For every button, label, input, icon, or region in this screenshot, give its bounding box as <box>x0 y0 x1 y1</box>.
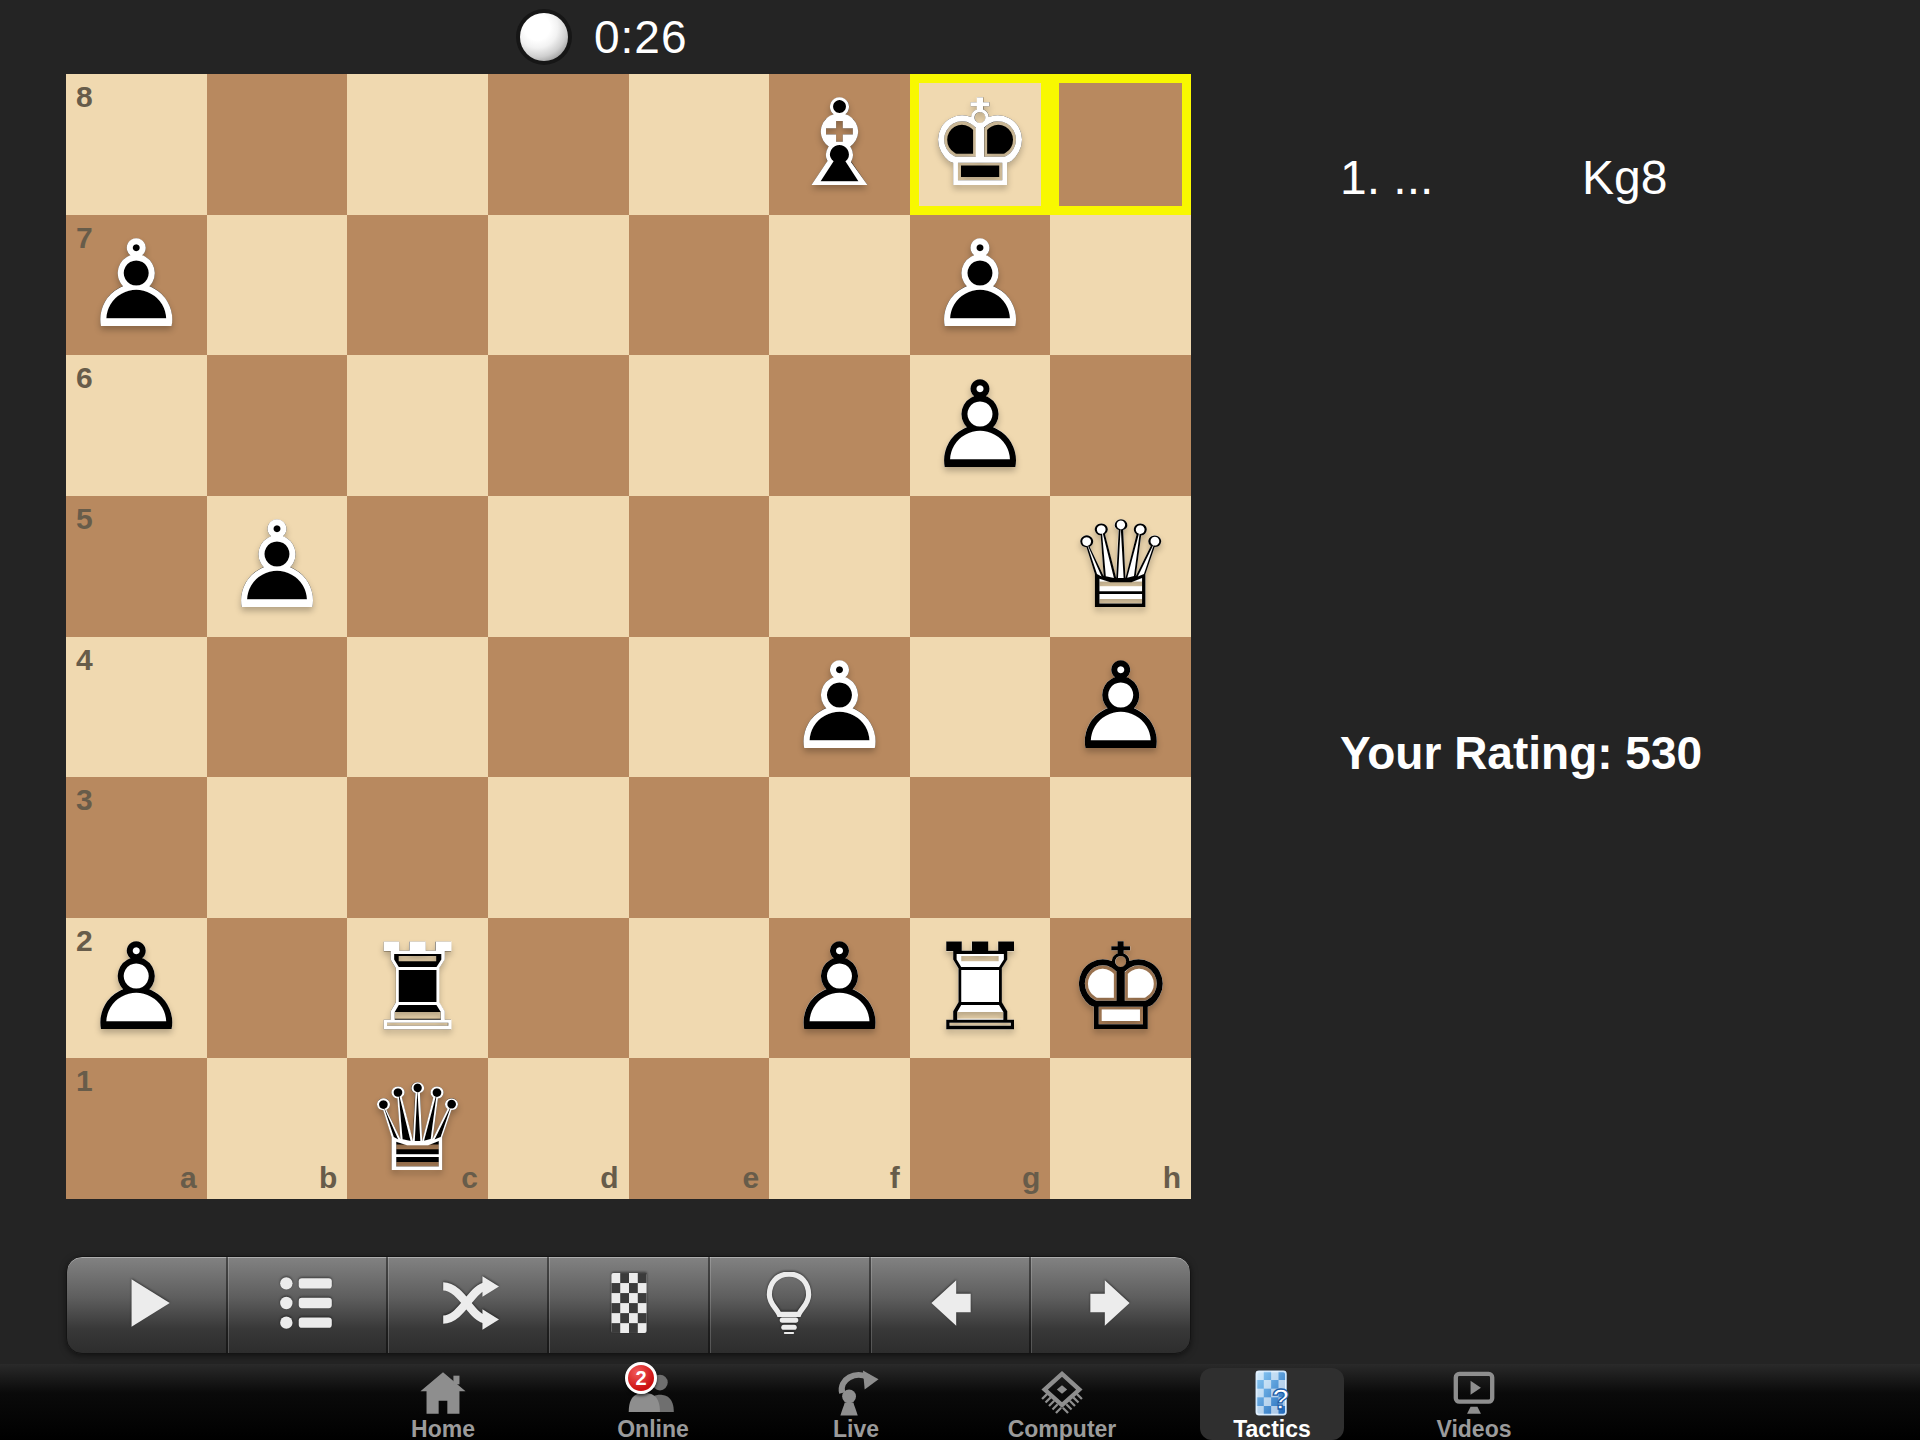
square-g5[interactable] <box>910 496 1051 637</box>
list-icon <box>276 1272 338 1338</box>
tab-label-videos: Videos <box>1402 1416 1546 1440</box>
move-number: 1. ... <box>1340 150 1433 205</box>
square-h2[interactable]: ♚♔ <box>1050 918 1191 1059</box>
bottom-tab-bar: Home2OnlineLiveComputer?TacticsVideos <box>0 1364 1920 1440</box>
square-c7[interactable] <box>347 215 488 356</box>
black-pawn-outline-f4: ♙ <box>769 637 910 778</box>
back-button[interactable] <box>869 1257 1030 1353</box>
square-f4[interactable]: ♟♙ <box>769 637 910 778</box>
move-list-button[interactable] <box>226 1257 387 1353</box>
black-bishop-outline-f8: ♗ <box>769 74 910 215</box>
file-label-e: e <box>742 1161 759 1195</box>
checkerboard-icon <box>598 1272 660 1338</box>
square-b7[interactable] <box>207 215 348 356</box>
square-f3[interactable] <box>769 777 910 918</box>
square-e3[interactable] <box>629 777 770 918</box>
chess-board[interactable]: 8♝♗♚♔7♟♙♟♙6♟♙5♟♙♛♕4♟♙♟♙32♟♙♜♖♟♙♜♖♚♔1abc♛… <box>66 74 1191 1199</box>
square-b8[interactable] <box>207 74 348 215</box>
play-button[interactable] <box>67 1257 226 1353</box>
square-d3[interactable] <box>488 777 629 918</box>
videos-screen-icon <box>1448 1370 1500 1416</box>
square-d4[interactable] <box>488 637 629 778</box>
square-c2[interactable]: ♜♖ <box>347 918 488 1059</box>
tab-live[interactable]: Live <box>784 1368 928 1440</box>
rank-label-5: 5 <box>76 502 93 536</box>
rating-text: Your Rating: 530 <box>1340 726 1702 780</box>
square-g1[interactable]: g <box>910 1058 1051 1199</box>
rank-label-3: 3 <box>76 783 93 817</box>
square-a3[interactable]: 3 <box>66 777 207 918</box>
white-rook-outline-g2: ♖ <box>910 918 1051 1059</box>
square-d7[interactable] <box>488 215 629 356</box>
square-b6[interactable] <box>207 355 348 496</box>
svg-text:?: ? <box>1272 1382 1290 1415</box>
tab-computer[interactable]: Computer <box>990 1368 1134 1440</box>
square-f1[interactable]: f <box>769 1058 910 1199</box>
square-c3[interactable] <box>347 777 488 918</box>
file-label-a: a <box>180 1161 197 1195</box>
tab-videos[interactable]: Videos <box>1402 1368 1546 1440</box>
square-d1[interactable]: d <box>488 1058 629 1199</box>
square-h4[interactable]: ♟♙ <box>1050 637 1191 778</box>
analysis-board-button[interactable] <box>547 1257 708 1353</box>
square-e1[interactable]: e <box>629 1058 770 1199</box>
tab-label-online: Online <box>581 1416 725 1440</box>
square-e6[interactable] <box>629 355 770 496</box>
tab-label-tactics: Tactics <box>1200 1416 1344 1440</box>
hint-button[interactable] <box>708 1257 869 1353</box>
rank-label-4: 4 <box>76 643 93 677</box>
square-c8[interactable] <box>347 74 488 215</box>
file-label-g: g <box>1022 1161 1040 1195</box>
square-a1[interactable]: 1a <box>66 1058 207 1199</box>
square-e4[interactable] <box>629 637 770 778</box>
tactics-board-icon: ? <box>1246 1370 1298 1416</box>
square-f2[interactable]: ♟♙ <box>769 918 910 1059</box>
square-c1[interactable]: c♛♕ <box>347 1058 488 1199</box>
timer-value: 0:26 <box>594 10 688 64</box>
black-pawn-outline-a7: ♙ <box>66 215 207 356</box>
tactics-trainer-screen: { "game": "chess", "position": { "fen": … <box>0 0 1920 1440</box>
white-queen-outline-h5: ♕ <box>1050 496 1191 637</box>
tab-home[interactable]: Home <box>371 1368 515 1440</box>
square-b3[interactable] <box>207 777 348 918</box>
lightbulb-icon <box>758 1272 820 1338</box>
square-f5[interactable] <box>769 496 910 637</box>
square-e8[interactable] <box>629 74 770 215</box>
file-label-h: h <box>1163 1161 1181 1195</box>
timer-ball-icon <box>520 13 568 61</box>
tab-label-live: Live <box>784 1416 928 1440</box>
square-g6[interactable]: ♟♙ <box>910 355 1051 496</box>
puzzle-toolbar <box>66 1256 1191 1354</box>
rank-label-1: 1 <box>76 1064 93 1098</box>
square-c6[interactable] <box>347 355 488 496</box>
black-king-outline-g8: ♔ <box>910 74 1051 215</box>
tab-label-home: Home <box>371 1416 515 1440</box>
live-pawn-icon <box>830 1370 882 1416</box>
tab-tactics[interactable]: ?Tactics <box>1200 1368 1344 1440</box>
online-people-icon: 2 <box>627 1370 679 1416</box>
black-queen-outline-c1: ♕ <box>347 1058 488 1199</box>
square-c4[interactable] <box>347 637 488 778</box>
tab-online[interactable]: 2Online <box>581 1368 725 1440</box>
square-c5[interactable] <box>347 496 488 637</box>
square-f7[interactable] <box>769 215 910 356</box>
arrow-left-icon <box>919 1272 981 1338</box>
white-pawn-outline-f2: ♙ <box>769 918 910 1059</box>
file-label-d: d <box>600 1161 618 1195</box>
shuffle-icon <box>437 1272 499 1338</box>
square-a5[interactable]: 5 <box>66 496 207 637</box>
square-a8[interactable]: 8 <box>66 74 207 215</box>
square-a2[interactable]: 2♟♙ <box>66 918 207 1059</box>
square-h6[interactable] <box>1050 355 1191 496</box>
square-g4[interactable] <box>910 637 1051 778</box>
square-f8[interactable]: ♝♗ <box>769 74 910 215</box>
square-b1[interactable]: b <box>207 1058 348 1199</box>
black-pawn-outline-b5: ♙ <box>207 496 348 637</box>
square-b2[interactable] <box>207 918 348 1059</box>
notification-badge: 2 <box>625 1362 657 1394</box>
square-d8[interactable] <box>488 74 629 215</box>
square-h5[interactable]: ♛♕ <box>1050 496 1191 637</box>
white-king-outline-h2: ♔ <box>1050 918 1191 1059</box>
square-g7[interactable]: ♟♙ <box>910 215 1051 356</box>
square-g2[interactable]: ♜♖ <box>910 918 1051 1059</box>
square-a7[interactable]: 7♟♙ <box>66 215 207 356</box>
tab-label-computer: Computer <box>990 1416 1134 1440</box>
square-h3[interactable] <box>1050 777 1191 918</box>
square-a6[interactable]: 6 <box>66 355 207 496</box>
square-e2[interactable] <box>629 918 770 1059</box>
square-h8[interactable] <box>1050 74 1191 215</box>
square-g8[interactable]: ♚♔ <box>910 74 1051 215</box>
square-e5[interactable] <box>629 496 770 637</box>
file-label-b: b <box>319 1161 337 1195</box>
square-g3[interactable] <box>910 777 1051 918</box>
arrow-right-icon <box>1080 1272 1142 1338</box>
square-d6[interactable] <box>488 355 629 496</box>
rank-label-8: 8 <box>76 80 93 114</box>
white-pawn-outline-a2: ♙ <box>66 918 207 1059</box>
square-a4[interactable]: 4 <box>66 637 207 778</box>
white-pawn-outline-h4: ♙ <box>1050 637 1191 778</box>
square-b5[interactable]: ♟♙ <box>207 496 348 637</box>
square-h7[interactable] <box>1050 215 1191 356</box>
square-d2[interactable] <box>488 918 629 1059</box>
move-san: Kg8 <box>1582 150 1667 205</box>
file-label-f: f <box>890 1161 900 1195</box>
forward-button[interactable] <box>1029 1257 1190 1353</box>
white-pawn-outline-g6: ♙ <box>910 355 1051 496</box>
square-b4[interactable] <box>207 637 348 778</box>
black-rook-outline-c2: ♖ <box>347 918 488 1059</box>
shuffle-button[interactable] <box>386 1257 547 1353</box>
puzzle-timer: 0:26 <box>520 10 688 64</box>
home-icon <box>417 1370 469 1416</box>
square-h1[interactable]: h <box>1050 1058 1191 1199</box>
square-f6[interactable] <box>769 355 910 496</box>
square-e7[interactable] <box>629 215 770 356</box>
square-d5[interactable] <box>488 496 629 637</box>
computer-chip-icon <box>1036 1370 1088 1416</box>
black-pawn-outline-g7: ♙ <box>910 215 1051 356</box>
play-icon <box>115 1272 177 1338</box>
rank-label-6: 6 <box>76 361 93 395</box>
